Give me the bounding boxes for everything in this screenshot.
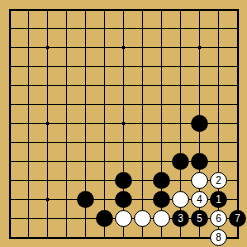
board-intersection: 3 [171, 209, 190, 228]
move-stone-1[interactable]: 1 [210, 191, 227, 208]
move-stone-5[interactable]: 5 [191, 210, 208, 227]
move-stone-4[interactable]: 4 [191, 191, 208, 208]
board-intersection [114, 171, 133, 190]
black-stone[interactable] [115, 191, 132, 208]
black-stone[interactable] [172, 153, 189, 170]
board-intersection [190, 171, 209, 190]
black-stone[interactable] [191, 115, 208, 132]
board-intersection: 4 [190, 190, 209, 209]
white-stone[interactable] [191, 172, 208, 189]
board-intersection [171, 152, 190, 171]
black-stone[interactable] [96, 210, 113, 227]
board-intersection [133, 209, 152, 228]
white-stone[interactable] [172, 191, 189, 208]
board-intersection [95, 209, 114, 228]
board-intersection [152, 209, 171, 228]
board-intersection: 7 [228, 209, 247, 228]
black-stone[interactable] [153, 191, 170, 208]
board-intersection [171, 190, 190, 209]
white-stone[interactable] [153, 210, 170, 227]
white-stone[interactable] [115, 210, 132, 227]
board-intersection: 2 [209, 171, 228, 190]
black-stone[interactable] [191, 153, 208, 170]
move-stone-3[interactable]: 3 [172, 210, 189, 227]
move-stone-8[interactable]: 8 [210, 229, 227, 246]
black-stone[interactable] [115, 172, 132, 189]
move-stone-2[interactable]: 2 [210, 172, 227, 189]
board-intersection [114, 209, 133, 228]
board-intersection [76, 190, 95, 209]
board-intersection [152, 171, 171, 190]
board-intersection: 1 [209, 190, 228, 209]
go-board[interactable]: 12345678 [0, 0, 247, 247]
stones-layer: 12345678 [0, 0, 247, 247]
board-intersection: 8 [209, 228, 228, 247]
board-intersection [190, 114, 209, 133]
move-stone-7[interactable]: 7 [229, 210, 246, 227]
board-intersection: 6 [209, 209, 228, 228]
board-intersection [114, 190, 133, 209]
black-stone[interactable] [153, 172, 170, 189]
white-stone[interactable] [134, 210, 151, 227]
board-intersection [190, 152, 209, 171]
board-intersection: 5 [190, 209, 209, 228]
move-stone-6[interactable]: 6 [210, 210, 227, 227]
board-intersection [152, 190, 171, 209]
black-stone[interactable] [77, 191, 94, 208]
